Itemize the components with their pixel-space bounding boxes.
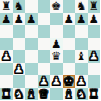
square-h5[interactable] xyxy=(88,38,101,51)
square-g3[interactable] xyxy=(75,63,88,76)
black-pawn-icon: ♟ xyxy=(14,13,24,26)
square-f5[interactable] xyxy=(63,38,76,51)
white-king-icon: ♚ xyxy=(64,75,74,88)
square-h6[interactable] xyxy=(88,25,101,38)
black-knight-icon: ♞ xyxy=(76,0,86,13)
square-a4[interactable]: ♟ xyxy=(0,50,13,63)
square-b3[interactable]: ♟ xyxy=(13,63,26,76)
square-h8[interactable]: ♜ xyxy=(88,0,101,13)
white-queen-icon: ♛ xyxy=(39,88,49,101)
square-a8[interactable]: ♜ xyxy=(0,0,13,13)
square-a1[interactable]: ♜ xyxy=(0,88,13,101)
square-a5[interactable] xyxy=(0,38,13,51)
square-d7[interactable] xyxy=(38,13,51,26)
square-b5[interactable] xyxy=(13,38,26,51)
square-d4[interactable] xyxy=(38,50,51,63)
white-pawn-icon: ♟ xyxy=(39,75,49,88)
square-e7[interactable] xyxy=(50,13,63,26)
square-b7[interactable]: ♟ xyxy=(13,13,26,26)
square-e4[interactable]: ♛ xyxy=(50,50,63,63)
square-g6[interactable] xyxy=(75,25,88,38)
square-a2[interactable] xyxy=(0,75,13,88)
square-d5[interactable] xyxy=(38,38,51,51)
square-f1[interactable]: ♝ xyxy=(63,88,76,101)
square-e5[interactable]: ♟ xyxy=(50,38,63,51)
square-g5[interactable] xyxy=(75,38,88,51)
square-g1[interactable]: ♞ xyxy=(75,88,88,101)
square-f6[interactable] xyxy=(63,25,76,38)
square-b4[interactable] xyxy=(13,50,26,63)
square-e3[interactable] xyxy=(50,63,63,76)
square-h4[interactable]: ♟ xyxy=(88,50,101,63)
square-g8[interactable]: ♞ xyxy=(75,0,88,13)
square-e6[interactable] xyxy=(50,25,63,38)
square-g4[interactable]: ♝ xyxy=(75,50,88,63)
square-b2[interactable] xyxy=(13,75,26,88)
square-h7[interactable]: ♟ xyxy=(88,13,101,26)
chess-board: ♜♞♚♞♜♟♟♟♟♟♟♟♟♛♝♟♟♟♟♚♟♜♞♝♛♝♞♜ xyxy=(0,0,100,100)
square-c8[interactable] xyxy=(25,0,38,13)
square-e8[interactable]: ♚ xyxy=(50,0,63,13)
square-g2[interactable]: ♟ xyxy=(75,75,88,88)
black-bishop-icon: ♝ xyxy=(76,50,86,63)
white-knight-icon: ♞ xyxy=(76,88,86,101)
black-king-icon: ♚ xyxy=(51,0,61,13)
square-f3[interactable] xyxy=(63,63,76,76)
square-d2[interactable]: ♟ xyxy=(38,75,51,88)
black-pawn-icon: ♟ xyxy=(26,13,36,26)
square-d1[interactable]: ♛ xyxy=(38,88,51,101)
square-f8[interactable] xyxy=(63,0,76,13)
black-pawn-icon: ♟ xyxy=(89,13,99,26)
black-rook-icon: ♜ xyxy=(1,0,11,13)
black-pawn-icon: ♟ xyxy=(64,13,74,26)
square-f4[interactable] xyxy=(63,50,76,63)
black-queen-icon: ♛ xyxy=(51,50,61,63)
square-h3[interactable] xyxy=(88,63,101,76)
square-b6[interactable] xyxy=(13,25,26,38)
square-c5[interactable] xyxy=(25,38,38,51)
square-c1[interactable]: ♝ xyxy=(25,88,38,101)
white-pawn-icon: ♟ xyxy=(89,50,99,63)
square-c3[interactable] xyxy=(25,63,38,76)
white-rook-icon: ♜ xyxy=(89,88,99,101)
black-rook-icon: ♜ xyxy=(89,0,99,13)
square-c6[interactable] xyxy=(25,25,38,38)
square-b8[interactable]: ♞ xyxy=(13,0,26,13)
black-pawn-icon: ♟ xyxy=(1,13,11,26)
white-knight-icon: ♞ xyxy=(14,88,24,101)
white-pawn-icon: ♟ xyxy=(1,50,11,63)
square-f2[interactable]: ♚ xyxy=(63,75,76,88)
square-c7[interactable]: ♟ xyxy=(25,13,38,26)
square-b1[interactable]: ♞ xyxy=(13,88,26,101)
square-c4[interactable] xyxy=(25,50,38,63)
black-knight-icon: ♞ xyxy=(14,0,24,13)
square-h1[interactable]: ♜ xyxy=(88,88,101,101)
square-c2[interactable] xyxy=(25,75,38,88)
white-pawn-icon: ♟ xyxy=(76,75,86,88)
square-d3[interactable] xyxy=(38,63,51,76)
black-pawn-icon: ♟ xyxy=(76,13,86,26)
square-d8[interactable] xyxy=(38,0,51,13)
square-d6[interactable] xyxy=(38,25,51,38)
white-rook-icon: ♜ xyxy=(1,88,11,101)
square-f7[interactable]: ♟ xyxy=(63,13,76,26)
square-h2[interactable] xyxy=(88,75,101,88)
white-pawn-icon: ♟ xyxy=(51,75,61,88)
square-g7[interactable]: ♟ xyxy=(75,13,88,26)
square-e2[interactable]: ♟ xyxy=(50,75,63,88)
white-bishop-icon: ♝ xyxy=(64,88,74,101)
square-a3[interactable] xyxy=(0,63,13,76)
white-pawn-icon: ♟ xyxy=(14,63,24,76)
square-a7[interactable]: ♟ xyxy=(0,13,13,26)
black-pawn-icon: ♟ xyxy=(51,38,61,51)
square-a6[interactable] xyxy=(0,25,13,38)
white-bishop-icon: ♝ xyxy=(26,88,36,101)
square-e1[interactable] xyxy=(50,88,63,101)
